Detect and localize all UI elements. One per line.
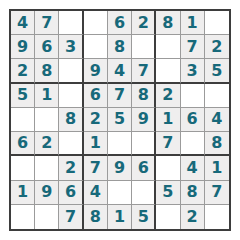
cell-r1c7[interactable]: 8 <box>156 11 180 35</box>
cell-r6c2[interactable]: 2 <box>35 132 59 156</box>
cell-r1c3[interactable] <box>59 11 83 35</box>
cell-r9c6[interactable]: 5 <box>132 205 156 229</box>
cell-r6c9[interactable]: 8 <box>205 132 229 156</box>
cell-r2c2[interactable]: 6 <box>35 35 59 59</box>
cell-r7c7[interactable] <box>156 156 180 180</box>
cell-r7c1[interactable] <box>11 156 35 180</box>
cell-r9c2[interactable] <box>35 205 59 229</box>
cell-r7c4[interactable]: 7 <box>84 156 108 180</box>
cell-r4c4[interactable]: 6 <box>84 84 108 108</box>
cell-r7c3[interactable]: 2 <box>59 156 83 180</box>
cell-r5c2[interactable] <box>35 108 59 132</box>
cell-r5c4[interactable]: 2 <box>84 108 108 132</box>
cell-r8c7[interactable]: 5 <box>156 181 180 205</box>
cell-r9c4[interactable]: 8 <box>84 205 108 229</box>
cell-r2c9[interactable]: 2 <box>205 35 229 59</box>
cell-r8c1[interactable]: 1 <box>11 181 35 205</box>
cell-r6c5[interactable] <box>108 132 132 156</box>
cell-r8c4[interactable]: 4 <box>84 181 108 205</box>
cell-r7c6[interactable]: 6 <box>132 156 156 180</box>
cell-r3c2[interactable]: 8 <box>35 59 59 83</box>
cell-r8c8[interactable]: 8 <box>181 181 205 205</box>
cell-r9c1[interactable] <box>11 205 35 229</box>
cell-r2c6[interactable] <box>132 35 156 59</box>
cell-r5c9[interactable]: 4 <box>205 108 229 132</box>
cell-r2c4[interactable] <box>84 35 108 59</box>
cell-r5c7[interactable]: 1 <box>156 108 180 132</box>
cell-r2c1[interactable]: 9 <box>11 35 35 59</box>
cell-r5c6[interactable]: 9 <box>132 108 156 132</box>
cell-r9c5[interactable]: 1 <box>108 205 132 229</box>
cell-r9c8[interactable]: 2 <box>181 205 205 229</box>
cell-r4c1[interactable]: 5 <box>11 84 35 108</box>
cell-r9c3[interactable]: 7 <box>59 205 83 229</box>
cell-r6c1[interactable]: 6 <box>11 132 35 156</box>
cell-r4c9[interactable] <box>205 84 229 108</box>
cell-r1c5[interactable]: 6 <box>108 11 132 35</box>
cell-r5c3[interactable]: 8 <box>59 108 83 132</box>
cell-r5c1[interactable] <box>11 108 35 132</box>
cell-r1c4[interactable] <box>84 11 108 35</box>
cell-r8c5[interactable] <box>108 181 132 205</box>
cell-r6c3[interactable] <box>59 132 83 156</box>
cell-r8c9[interactable]: 7 <box>205 181 229 205</box>
cell-r4c2[interactable]: 1 <box>35 84 59 108</box>
cell-r3c9[interactable]: 5 <box>205 59 229 83</box>
sudoku-board: 4762819638722894735516782825916462178279… <box>9 9 231 231</box>
cell-r5c8[interactable]: 6 <box>181 108 205 132</box>
cell-r4c6[interactable]: 8 <box>132 84 156 108</box>
cell-r8c3[interactable]: 6 <box>59 181 83 205</box>
cell-r6c7[interactable]: 7 <box>156 132 180 156</box>
cell-r9c7[interactable] <box>156 205 180 229</box>
cell-r9c9[interactable] <box>205 205 229 229</box>
cell-r3c7[interactable] <box>156 59 180 83</box>
cell-r8c2[interactable]: 9 <box>35 181 59 205</box>
cell-r3c8[interactable]: 3 <box>181 59 205 83</box>
cell-r3c3[interactable] <box>59 59 83 83</box>
cell-r1c1[interactable]: 4 <box>11 11 35 35</box>
cell-r1c8[interactable]: 1 <box>181 11 205 35</box>
cell-r4c5[interactable]: 7 <box>108 84 132 108</box>
cell-r8c6[interactable] <box>132 181 156 205</box>
cell-r3c1[interactable]: 2 <box>11 59 35 83</box>
cell-r2c8[interactable]: 7 <box>181 35 205 59</box>
cell-r7c2[interactable] <box>35 156 59 180</box>
cell-r7c8[interactable]: 4 <box>181 156 205 180</box>
cell-r6c8[interactable] <box>181 132 205 156</box>
cell-r7c9[interactable]: 1 <box>205 156 229 180</box>
sudoku-page: 4762819638722894735516782825916462178279… <box>0 0 240 240</box>
cell-r3c5[interactable]: 4 <box>108 59 132 83</box>
cell-r1c2[interactable]: 7 <box>35 11 59 35</box>
cell-r1c9[interactable] <box>205 11 229 35</box>
cell-r3c4[interactable]: 9 <box>84 59 108 83</box>
cell-r4c3[interactable] <box>59 84 83 108</box>
cell-r3c6[interactable]: 7 <box>132 59 156 83</box>
cell-r7c5[interactable]: 9 <box>108 156 132 180</box>
cell-r1c6[interactable]: 2 <box>132 11 156 35</box>
cell-r5c5[interactable]: 5 <box>108 108 132 132</box>
cell-r2c5[interactable]: 8 <box>108 35 132 59</box>
cell-r6c4[interactable]: 1 <box>84 132 108 156</box>
cell-r2c3[interactable]: 3 <box>59 35 83 59</box>
cell-r4c7[interactable]: 2 <box>156 84 180 108</box>
cell-r4c8[interactable] <box>181 84 205 108</box>
cell-r2c7[interactable] <box>156 35 180 59</box>
cell-r6c6[interactable] <box>132 132 156 156</box>
